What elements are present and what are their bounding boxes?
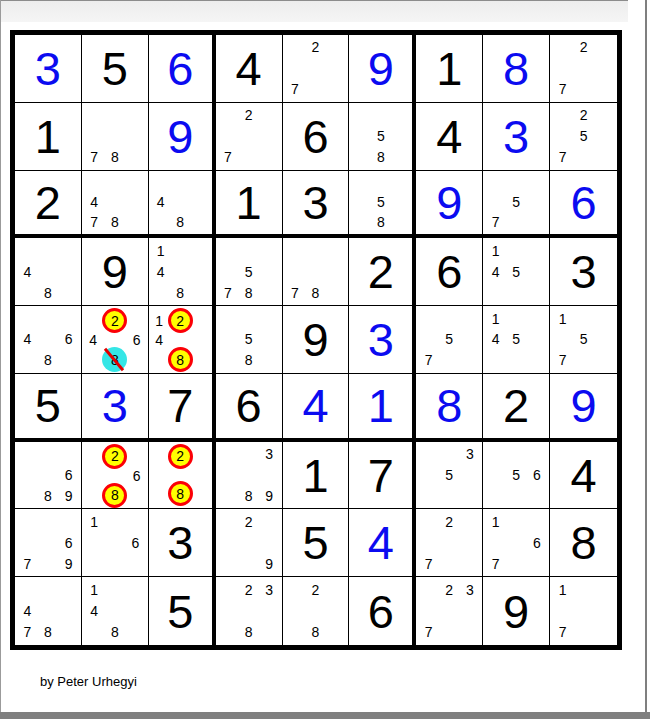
highlighted-candidate: 2: [168, 308, 193, 333]
candidate: 2: [245, 108, 253, 122]
candidate: 8: [312, 625, 320, 639]
candidate: 8: [44, 286, 52, 300]
candidate-grid: 56: [485, 444, 547, 507]
given-digit: 1: [35, 113, 61, 160]
candidate: 4: [157, 265, 165, 279]
candidate: 7: [90, 150, 98, 164]
solved-digit: 4: [368, 519, 394, 566]
candidate: 8: [312, 286, 320, 300]
cell-r7c3[interactable]: 28: [149, 442, 216, 510]
cell-r1c9[interactable]: 27: [550, 35, 617, 103]
candidate: 4: [23, 265, 31, 279]
candidate: 4: [90, 604, 98, 618]
given-digit: 3: [570, 248, 596, 295]
candidate-grid: 35: [418, 444, 480, 507]
candidate-grid: 679: [17, 511, 79, 574]
candidate: 7: [559, 353, 567, 367]
cell-r2c4[interactable]: 27: [216, 103, 283, 171]
cell-r4c7[interactable]: 6: [416, 238, 483, 306]
given-digit: 4: [570, 452, 596, 499]
cell-r7c6[interactable]: 7: [349, 442, 416, 510]
candidate: 7: [492, 557, 500, 571]
cell-r6c5[interactable]: 4: [283, 374, 350, 442]
cell-r1c2[interactable]: 5: [82, 35, 149, 103]
candidate-grid: 145: [485, 240, 547, 303]
cell-r4c2[interactable]: 9: [82, 238, 149, 306]
given-digit: 1: [436, 45, 462, 92]
candidate: 4: [492, 265, 500, 279]
candidate-grid: 157: [552, 308, 615, 371]
candidate: 9: [265, 489, 273, 503]
cell-r3c2[interactable]: 478: [82, 171, 149, 239]
cell-r2c1[interactable]: 1: [15, 103, 82, 171]
candidate-grid: 17: [552, 579, 615, 643]
cell-r3c7[interactable]: 9: [416, 171, 483, 239]
cell-r6c6[interactable]: 1: [349, 374, 416, 442]
cell-r5c5[interactable]: 9: [283, 306, 350, 374]
sudoku-board[interactable]: 3564279182717892765843257247848135895764…: [10, 30, 622, 650]
cell-r7c8[interactable]: 56: [483, 442, 550, 510]
candidate-grid: 578: [218, 240, 280, 303]
candidate: 8: [44, 625, 52, 639]
cell-r8c7[interactable]: 27: [416, 509, 483, 577]
candidate: 8: [176, 286, 184, 300]
cell-r5c6[interactable]: 3: [349, 306, 416, 374]
given-digit: 5: [102, 45, 128, 92]
candidate-grid: 78: [84, 105, 146, 168]
cell-r2c5[interactable]: 6: [283, 103, 350, 171]
candidate: 5: [445, 468, 453, 482]
cell-r2c9[interactable]: 257: [550, 103, 617, 171]
cell-r9c3[interactable]: 5: [149, 577, 216, 645]
given-digit: 5: [167, 588, 193, 635]
given-digit: 9: [503, 588, 529, 635]
cell-r1c4[interactable]: 4: [216, 35, 283, 103]
cell-r1c6[interactable]: 9: [349, 35, 416, 103]
highlighted-candidate: 8: [168, 347, 193, 372]
highlighted-candidate: 2: [102, 444, 127, 469]
candidate-grid: 478: [17, 579, 79, 643]
candidate-grid: 1248: [151, 308, 210, 371]
cell-r5c1[interactable]: 468: [15, 306, 82, 374]
candidate: 2: [580, 108, 588, 122]
candidate: 8: [44, 353, 52, 367]
candidate: 6: [533, 468, 541, 482]
candidate: 7: [559, 82, 567, 96]
solved-digit: 3: [35, 45, 61, 92]
candidate: 3: [466, 447, 474, 461]
candidate: 1: [492, 515, 500, 529]
cell-r6c4[interactable]: 6: [216, 374, 283, 442]
cell-r4c5[interactable]: 78: [283, 238, 350, 306]
candidate: 7: [559, 150, 567, 164]
candidate: 5: [512, 332, 520, 346]
candidate: 1: [90, 515, 98, 529]
candidate-grid: 27: [218, 105, 280, 168]
candidate: 2: [445, 515, 453, 529]
candidate: 1: [492, 312, 500, 326]
candidate: 6: [65, 536, 73, 550]
cell-r3c5[interactable]: 3: [283, 171, 350, 239]
candidate-grid: 2468: [84, 308, 146, 371]
given-digit: 6: [368, 588, 394, 635]
cell-r5c2[interactable]: 2468: [82, 306, 149, 374]
candidate-grid: 58: [351, 105, 410, 168]
cell-r9c6[interactable]: 6: [349, 577, 416, 645]
solved-digit: 4: [302, 382, 328, 429]
candidate: 1: [559, 312, 567, 326]
candidate: 7: [291, 82, 299, 96]
solved-digit: 6: [167, 45, 193, 92]
cell-r1c3[interactable]: 6: [149, 35, 216, 103]
cell-r8c9[interactable]: 8: [550, 509, 617, 577]
cell-r7c5[interactable]: 1: [283, 442, 350, 510]
cell-r1c8[interactable]: 8: [483, 35, 550, 103]
given-digit: 5: [35, 382, 61, 429]
given-digit: 2: [503, 382, 529, 429]
cell-r2c7[interactable]: 4: [416, 103, 483, 171]
cell-r4c1[interactable]: 48: [15, 238, 82, 306]
solved-digit: 9: [368, 45, 394, 92]
candidate: 8: [377, 150, 385, 164]
candidate: 4: [90, 195, 98, 209]
solved-digit: 9: [167, 113, 193, 160]
candidate: 4: [155, 333, 163, 347]
solved-digit: 3: [368, 316, 394, 363]
given-digit: 7: [368, 452, 394, 499]
candidate: 8: [111, 215, 119, 229]
eliminated-candidate: 8: [102, 347, 127, 372]
solved-digit: 6: [570, 179, 596, 226]
candidate-grid: 257: [552, 105, 615, 168]
cell-r6c9[interactable]: 9: [550, 374, 617, 442]
cell-r3c8[interactable]: 57: [483, 171, 550, 239]
candidate-grid: 48: [17, 240, 79, 303]
cell-r1c5[interactable]: 27: [283, 35, 350, 103]
candidate: 2: [312, 583, 320, 597]
candidate-grid: 57: [485, 173, 547, 233]
candidate: 9: [65, 557, 73, 571]
given-digit: 2: [35, 179, 61, 226]
cell-r3c6[interactable]: 58: [349, 171, 416, 239]
highlighted-candidate: 8: [168, 481, 193, 506]
solved-digit: 8: [436, 382, 462, 429]
given-digit: 9: [102, 248, 128, 295]
given-digit: 3: [167, 519, 193, 566]
candidate-grid: 689: [17, 444, 79, 507]
candidate: 5: [580, 332, 588, 346]
candidate-grid: 78: [285, 240, 347, 303]
candidate: 8: [111, 625, 119, 639]
candidate: 5: [245, 265, 253, 279]
cell-r6c3[interactable]: 7: [149, 374, 216, 442]
candidate-grid: 28: [151, 444, 210, 507]
candidate-grid: 268: [84, 444, 146, 507]
candidate: 6: [65, 468, 73, 482]
highlighted-candidate: 8: [102, 483, 127, 508]
cell-r5c4[interactable]: 58: [216, 306, 283, 374]
candidate: 7: [425, 353, 433, 367]
candidate: 2: [580, 40, 588, 54]
candidate: 3: [265, 447, 273, 461]
cell-r9c1[interactable]: 478: [15, 577, 82, 645]
candidate: 5: [377, 195, 385, 209]
given-digit: 6: [236, 382, 262, 429]
candidate: 7: [492, 215, 500, 229]
cell-r4c8[interactable]: 145: [483, 238, 550, 306]
candidate: 5: [245, 332, 253, 346]
given-digit: 3: [302, 179, 328, 226]
cell-r4c4[interactable]: 578: [216, 238, 283, 306]
candidate: 6: [132, 536, 140, 550]
candidate: 3: [466, 583, 474, 597]
cell-r9c2[interactable]: 148: [82, 577, 149, 645]
cell-r8c8[interactable]: 167: [483, 509, 550, 577]
candidate: 7: [23, 625, 31, 639]
candidate: 5: [445, 332, 453, 346]
cell-r5c8[interactable]: 145: [483, 306, 550, 374]
cell-r9c7[interactable]: 237: [416, 577, 483, 645]
candidate: 2: [445, 583, 453, 597]
candidate: 2: [312, 40, 320, 54]
candidate: 5: [580, 129, 588, 143]
cell-r1c1[interactable]: 3: [15, 35, 82, 103]
candidate: 9: [65, 489, 73, 503]
candidate: 1: [90, 583, 98, 597]
cell-r9c8[interactable]: 9: [483, 577, 550, 645]
candidate: 5: [512, 265, 520, 279]
highlighted-candidate: 2: [102, 308, 127, 333]
cell-r3c9[interactable]: 6: [550, 171, 617, 239]
cell-r8c3[interactable]: 3: [149, 509, 216, 577]
cell-r8c5[interactable]: 5: [283, 509, 350, 577]
candidate-grid: 16: [84, 511, 146, 574]
candidate: 4: [23, 604, 31, 618]
candidate-grid: 58: [351, 173, 410, 233]
candidate: 3: [265, 583, 273, 597]
cell-r3c3[interactable]: 48: [149, 171, 216, 239]
candidate-grid: 29: [218, 511, 280, 574]
candidate-grid: 28: [285, 579, 347, 643]
candidate-grid: 148: [84, 579, 146, 643]
cell-r2c3[interactable]: 9: [149, 103, 216, 171]
candidate: 9: [265, 557, 273, 571]
puzzle-credit: by Peter Urhegyi: [40, 674, 137, 689]
cell-r8c1[interactable]: 679: [15, 509, 82, 577]
candidate: 8: [245, 286, 253, 300]
cell-r7c1[interactable]: 689: [15, 442, 82, 510]
cell-r1c7[interactable]: 1: [416, 35, 483, 103]
candidate-grid: 167: [485, 511, 547, 574]
candidate: 2: [245, 515, 253, 529]
cell-r6c1[interactable]: 5: [15, 374, 82, 442]
given-digit: 6: [436, 248, 462, 295]
given-digit: 2: [368, 248, 394, 295]
given-digit: 6: [302, 113, 328, 160]
cell-r8c2[interactable]: 16: [82, 509, 149, 577]
candidate: 7: [425, 625, 433, 639]
given-digit: 8: [570, 519, 596, 566]
candidate: 4: [492, 332, 500, 346]
cell-r4c3[interactable]: 148: [149, 238, 216, 306]
candidate: 5: [512, 468, 520, 482]
candidate: 7: [559, 625, 567, 639]
cell-r4c9[interactable]: 3: [550, 238, 617, 306]
candidate: 8: [44, 489, 52, 503]
candidate: 8: [245, 625, 253, 639]
candidate-grid: 48: [151, 173, 210, 233]
candidate: 2: [245, 583, 253, 597]
candidate: 1: [157, 244, 165, 258]
solved-digit: 3: [503, 113, 529, 160]
candidate: 5: [512, 195, 520, 209]
candidate: 7: [291, 286, 299, 300]
given-digit: 4: [436, 113, 462, 160]
candidate: 8: [176, 215, 184, 229]
candidate: 4: [23, 332, 31, 346]
cell-r2c6[interactable]: 58: [349, 103, 416, 171]
candidate: 4: [89, 333, 97, 347]
candidate-grid: 468: [17, 308, 79, 371]
candidate: 6: [133, 333, 141, 347]
given-digit: 4: [236, 45, 262, 92]
solved-digit: 9: [570, 382, 596, 429]
candidate: 7: [90, 215, 98, 229]
cell-r3c4[interactable]: 1: [216, 171, 283, 239]
candidate-grid: 58: [218, 308, 280, 371]
cell-r5c7[interactable]: 57: [416, 306, 483, 374]
solved-digit: 3: [102, 382, 128, 429]
given-digit: 1: [302, 452, 328, 499]
cell-r2c8[interactable]: 3: [483, 103, 550, 171]
candidate-grid: 478: [84, 173, 146, 233]
cell-r6c2[interactable]: 3: [82, 374, 149, 442]
candidate-grid: 57: [418, 308, 480, 371]
candidate-grid: 148: [151, 240, 210, 303]
candidate: 7: [224, 286, 232, 300]
candidate: 8: [377, 215, 385, 229]
candidate: 4: [157, 195, 165, 209]
window-border-left: [0, 0, 1, 713]
candidate: 6: [133, 469, 141, 483]
candidate: 6: [65, 332, 73, 346]
candidate: 1: [155, 314, 163, 328]
cell-r7c4[interactable]: 389: [216, 442, 283, 510]
candidate: 7: [425, 557, 433, 571]
cell-r9c5[interactable]: 28: [283, 577, 350, 645]
cell-r4c6[interactable]: 2: [349, 238, 416, 306]
candidate: 1: [492, 244, 500, 258]
window-border-right: [645, 0, 647, 713]
cell-r7c9[interactable]: 4: [550, 442, 617, 510]
candidate: 1: [559, 583, 567, 597]
toolbar-strip: [1, 0, 628, 22]
cell-r7c2[interactable]: 268: [82, 442, 149, 510]
candidate: 5: [377, 129, 385, 143]
cell-r8c6[interactable]: 4: [349, 509, 416, 577]
candidate-grid: 27: [552, 37, 615, 100]
given-digit: 5: [302, 519, 328, 566]
cell-r6c7[interactable]: 8: [416, 374, 483, 442]
candidate-grid: 389: [218, 444, 280, 507]
cell-r3c1[interactable]: 2: [15, 171, 82, 239]
candidate: 8: [245, 353, 253, 367]
candidate: 7: [224, 150, 232, 164]
solved-digit: 9: [436, 179, 462, 226]
given-digit: 9: [302, 316, 328, 363]
highlighted-candidate: 2: [168, 444, 193, 469]
candidate-grid: 238: [218, 579, 280, 643]
candidate-grid: 145: [485, 308, 547, 371]
solved-digit: 8: [503, 45, 529, 92]
cell-r6c8[interactable]: 2: [483, 374, 550, 442]
cell-r5c9[interactable]: 157: [550, 306, 617, 374]
cell-r9c9[interactable]: 17: [550, 577, 617, 645]
candidate: 8: [245, 489, 253, 503]
given-digit: 7: [167, 382, 193, 429]
candidate-grid: 237: [418, 579, 480, 643]
candidate-grid: 27: [418, 511, 480, 574]
candidate: 8: [111, 150, 119, 164]
given-digit: 1: [236, 179, 262, 226]
solved-digit: 1: [368, 382, 394, 429]
cell-r5c3[interactable]: 1248: [149, 306, 216, 374]
cell-r2c2[interactable]: 78: [82, 103, 149, 171]
cell-r7c7[interactable]: 35: [416, 442, 483, 510]
candidate: 7: [23, 557, 31, 571]
cell-r9c4[interactable]: 238: [216, 577, 283, 645]
candidate: 6: [533, 536, 541, 550]
candidate-grid: 27: [285, 37, 347, 100]
cell-r8c4[interactable]: 29: [216, 509, 283, 577]
window-border-bottom: [0, 712, 650, 719]
